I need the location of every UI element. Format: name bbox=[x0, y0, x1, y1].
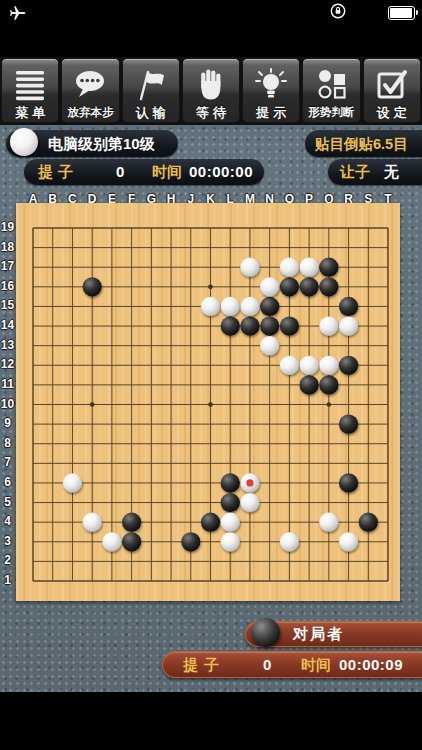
komi-bar: 贴目倒贴6.5目 bbox=[305, 130, 422, 157]
handicap-label: 让子 bbox=[340, 163, 370, 182]
stone-black-R6 bbox=[339, 473, 358, 492]
hint-bulb-icon bbox=[253, 65, 289, 105]
stone-black-O16 bbox=[280, 277, 299, 296]
row-label-18: 18 bbox=[0, 241, 15, 254]
stone-black-N15 bbox=[260, 297, 279, 316]
board-grid[interactable] bbox=[16, 203, 400, 601]
stone-white-Q12 bbox=[319, 356, 338, 375]
orientation-lock-icon bbox=[330, 3, 346, 23]
black-player-bar: 对局者 bbox=[245, 621, 422, 647]
stone-white-R14 bbox=[339, 316, 358, 335]
row-label-12: 12 bbox=[0, 358, 15, 371]
stone-black-R12 bbox=[339, 356, 358, 375]
white-stone-avatar bbox=[10, 128, 38, 156]
row-label-14: 14 bbox=[0, 319, 15, 332]
position-judge-button[interactable]: 形势判断 bbox=[302, 58, 360, 123]
stone-black-N14 bbox=[260, 316, 279, 335]
resign-flag-icon bbox=[133, 65, 169, 105]
battery-percent: 85% bbox=[352, 5, 382, 22]
stone-white-M5 bbox=[240, 493, 259, 512]
black-stone-avatar bbox=[251, 618, 280, 647]
black-capture-time-bar: 提子 0 时间 00:00:09 bbox=[162, 651, 422, 678]
resign-button-label: 认输 bbox=[136, 105, 170, 120]
stone-white-O3 bbox=[280, 532, 299, 551]
row-label-9: 9 bbox=[0, 417, 15, 430]
stone-black-J3 bbox=[181, 532, 200, 551]
black-time-label: 时间 bbox=[301, 656, 331, 675]
stone-white-L4 bbox=[221, 513, 240, 532]
stone-white-E3 bbox=[102, 532, 121, 551]
row-label-3: 3 bbox=[0, 535, 15, 548]
row-label-2: 2 bbox=[0, 554, 15, 567]
stone-black-S4 bbox=[359, 513, 378, 532]
stone-white-O12 bbox=[280, 356, 299, 375]
row-label-11: 11 bbox=[0, 378, 15, 391]
white-player-name: 电脑级别第10级 bbox=[48, 135, 155, 154]
black-captures-label: 提子 bbox=[183, 656, 225, 675]
wait-hand-icon bbox=[193, 65, 229, 105]
white-capture-time-bar: 提子 0 时间 00:00:00 bbox=[24, 159, 264, 185]
row-label-5: 5 bbox=[0, 496, 15, 509]
stone-black-R9 bbox=[339, 415, 358, 434]
row-label-7: 7 bbox=[0, 456, 15, 469]
row-label-1: 1 bbox=[0, 574, 15, 587]
row-label-13: 13 bbox=[0, 339, 15, 352]
stone-white-O17 bbox=[280, 258, 299, 277]
pass-move-button[interactable]: 放弃本步 bbox=[61, 58, 119, 123]
row-label-6: 6 bbox=[0, 476, 15, 489]
stone-white-P12 bbox=[300, 356, 319, 375]
stone-white-Q4 bbox=[319, 513, 338, 532]
menu-button-label: 菜单 bbox=[15, 105, 49, 120]
stone-white-C6 bbox=[63, 473, 82, 492]
stone-black-F3 bbox=[122, 532, 141, 551]
stone-black-P16 bbox=[300, 277, 319, 296]
row-label-19: 19 bbox=[0, 221, 15, 234]
stone-black-F4 bbox=[122, 513, 141, 532]
stone-black-L6 bbox=[221, 473, 240, 492]
bottom-black-area bbox=[0, 692, 422, 750]
white-time-label: 时间 bbox=[152, 163, 182, 182]
stone-white-M15 bbox=[240, 297, 259, 316]
stone-white-P17 bbox=[300, 258, 319, 277]
stone-white-Q14 bbox=[319, 316, 338, 335]
menu-icon bbox=[12, 65, 48, 105]
white-time-value: 00:00:00 bbox=[189, 163, 253, 180]
white-player-bar: 电脑级别第10级 bbox=[6, 130, 178, 157]
black-time-value: 00:00:09 bbox=[339, 656, 403, 673]
stone-black-L14 bbox=[221, 316, 240, 335]
star-point bbox=[327, 402, 332, 407]
go-game-app: 16:35 85% 菜单 bbox=[0, 0, 422, 750]
handicap-bar: 让子 无 bbox=[328, 159, 422, 185]
stone-white-N16 bbox=[260, 277, 279, 296]
stone-black-P11 bbox=[300, 375, 319, 394]
menu-button[interactable]: 菜单 bbox=[1, 58, 59, 123]
row-label-8: 8 bbox=[0, 437, 15, 450]
stone-black-L5 bbox=[221, 493, 240, 512]
stone-white-N13 bbox=[260, 336, 279, 355]
row-label-16: 16 bbox=[0, 280, 15, 293]
pass-move-button-label: 放弃本步 bbox=[67, 105, 113, 120]
stone-black-M14 bbox=[240, 316, 259, 335]
black-player-name: 对局者 bbox=[293, 625, 344, 644]
row-label-17: 17 bbox=[0, 260, 15, 273]
stone-white-R3 bbox=[339, 532, 358, 551]
wait-button-label: 等待 bbox=[196, 105, 230, 120]
hint-button[interactable]: 提示 bbox=[242, 58, 300, 123]
settings-button-label: 设定 bbox=[377, 105, 411, 120]
wait-button[interactable]: 等待 bbox=[182, 58, 240, 123]
pass-move-icon bbox=[72, 65, 108, 105]
toolbar: 菜单 放弃本步 认输 bbox=[0, 57, 422, 125]
stone-black-D16 bbox=[83, 277, 102, 296]
stone-white-D4 bbox=[83, 513, 102, 532]
stone-black-Q11 bbox=[319, 375, 338, 394]
row-label-15: 15 bbox=[0, 299, 15, 312]
stone-black-R15 bbox=[339, 297, 358, 316]
status-bar: 16:35 85% bbox=[0, 0, 422, 57]
settings-check-icon bbox=[374, 65, 410, 105]
white-captures-value: 0 bbox=[116, 163, 124, 180]
position-judge-button-label: 形势判断 bbox=[309, 105, 355, 120]
settings-button[interactable]: 设定 bbox=[363, 58, 421, 123]
black-captures-value: 0 bbox=[263, 656, 271, 673]
row-label-10: 10 bbox=[0, 398, 15, 411]
battery-icon bbox=[388, 6, 415, 20]
last-move-marker bbox=[246, 479, 253, 486]
komi-label: 贴目倒贴6.5目 bbox=[315, 135, 408, 154]
resign-button[interactable]: 认输 bbox=[122, 58, 180, 123]
stone-white-L3 bbox=[221, 532, 240, 551]
stone-white-K15 bbox=[201, 297, 220, 316]
stone-black-Q16 bbox=[319, 277, 338, 296]
stone-black-K4 bbox=[201, 513, 220, 532]
stone-white-L15 bbox=[221, 297, 240, 316]
stone-white-M17 bbox=[240, 258, 259, 277]
stone-black-Q17 bbox=[319, 258, 338, 277]
position-judge-icon bbox=[314, 65, 350, 105]
white-captures-label: 提子 bbox=[38, 163, 78, 182]
stone-black-O14 bbox=[280, 316, 299, 335]
star-point bbox=[208, 285, 213, 290]
star-point bbox=[208, 402, 213, 407]
hint-button-label: 提示 bbox=[256, 105, 290, 120]
handicap-value: 无 bbox=[384, 163, 399, 182]
star-point bbox=[90, 402, 95, 407]
row-label-4: 4 bbox=[0, 515, 15, 528]
go-board[interactable] bbox=[16, 203, 400, 601]
